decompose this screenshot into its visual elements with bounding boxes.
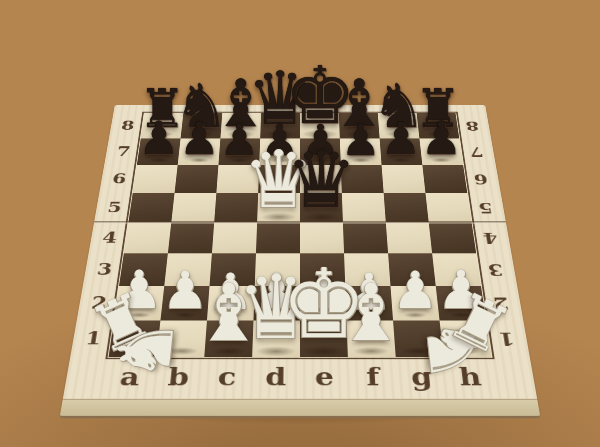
square-b4[interactable] bbox=[168, 222, 214, 253]
square-g6[interactable] bbox=[382, 165, 426, 193]
rank-label-right-8: 8 bbox=[459, 113, 487, 138]
square-g5[interactable] bbox=[384, 193, 429, 222]
scene: abcdefgh1122334455667788 ♜♞♝♛♚♝♞♜♟♟♟♟♟♟♟… bbox=[0, 0, 600, 447]
square-h6[interactable] bbox=[422, 165, 467, 193]
rank-label-right-6: 6 bbox=[466, 165, 495, 193]
square-b6[interactable] bbox=[175, 165, 219, 193]
rank-label-left-5: 5 bbox=[99, 193, 129, 222]
square-a6[interactable] bbox=[133, 165, 178, 193]
square-h4[interactable] bbox=[429, 222, 476, 253]
file-label-e: e bbox=[300, 360, 349, 394]
square-c4[interactable] bbox=[212, 222, 257, 253]
file-label-d: d bbox=[251, 360, 300, 394]
piece-black-pawn-h7[interactable]: ♟ bbox=[421, 116, 462, 162]
rank-label-right-5: 5 bbox=[471, 193, 501, 222]
piece-black-pawn-g7[interactable]: ♟ bbox=[381, 118, 421, 163]
file-label-c: c bbox=[202, 360, 252, 394]
rank-label-left-7: 7 bbox=[109, 138, 137, 165]
square-h5[interactable] bbox=[425, 193, 471, 222]
rank-label-left-4: 4 bbox=[94, 222, 125, 253]
rank-label-right-7: 7 bbox=[462, 138, 490, 165]
square-a5[interactable] bbox=[128, 193, 174, 222]
board-front-rim bbox=[59, 399, 540, 418]
rank-label-right-4: 4 bbox=[475, 222, 506, 253]
piece-black-pawn-a7[interactable]: ♟ bbox=[138, 116, 179, 162]
square-a4[interactable] bbox=[124, 222, 171, 253]
piece-white-knight-b1[interactable]: ♞ bbox=[105, 313, 185, 386]
piece-black-pawn-b7[interactable]: ♟ bbox=[179, 118, 219, 163]
rank-label-left-6: 6 bbox=[104, 165, 133, 193]
square-b5[interactable] bbox=[171, 193, 216, 222]
file-label-f: f bbox=[348, 360, 398, 394]
piece-white-bishop-f1[interactable]: ♝ bbox=[336, 275, 407, 354]
square-g4[interactable] bbox=[386, 222, 432, 253]
piece-black-queen-e5[interactable]: ♛ bbox=[286, 140, 357, 219]
